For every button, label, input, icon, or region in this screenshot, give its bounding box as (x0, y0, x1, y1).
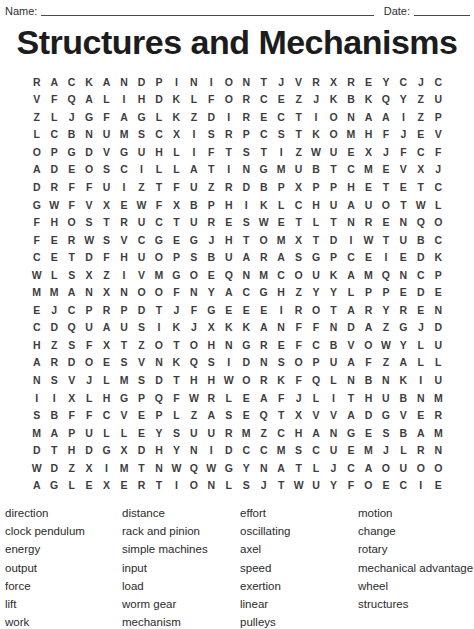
grid-cell: C (150, 213, 167, 231)
word-bank-item: exertion (240, 577, 358, 595)
grid-cell: G (185, 231, 202, 249)
grid-cell: E (272, 213, 289, 231)
grid-cell: H (220, 196, 237, 214)
grid-cell: F (272, 389, 289, 407)
grid-cell: T (45, 441, 62, 459)
grid-cell: G (342, 424, 359, 442)
grid-cell: P (325, 178, 342, 196)
grid-cell: W (45, 196, 62, 214)
name-label: Name: (5, 5, 37, 17)
grid-cell: U (185, 213, 202, 231)
grid-cell: U (133, 213, 150, 231)
grid-cell: L (98, 424, 115, 442)
grid-cell: N (150, 354, 167, 372)
grid-cell: E (360, 73, 377, 91)
grid-cell: Q (185, 459, 202, 477)
grid-cell: Z (98, 266, 115, 284)
grid-cell: H (28, 336, 45, 354)
grid-cell: O (185, 266, 202, 284)
grid-cell: E (115, 476, 132, 494)
grid-cell: A (412, 424, 429, 442)
name-blank-line (41, 4, 373, 16)
grid-cell: H (185, 371, 202, 389)
grid-cell: N (395, 213, 412, 231)
grid-cell: C (255, 91, 272, 109)
grid-cell: B (255, 178, 272, 196)
grid-cell: C (342, 161, 359, 179)
grid-cell: Q (377, 266, 394, 284)
grid-cell: V (290, 73, 307, 91)
grid-cell: T (115, 336, 132, 354)
grid-cell: D (150, 371, 167, 389)
grid-cell: C (63, 301, 80, 319)
grid-cell: K (325, 266, 342, 284)
grid-cell: X (168, 126, 185, 144)
grid-cell: L (412, 354, 429, 372)
word-bank-item: worm gear (122, 595, 240, 613)
grid-cell: D (238, 354, 255, 372)
grid-cell: C (342, 459, 359, 477)
grid-cell: X (63, 389, 80, 407)
grid-cell: N (238, 266, 255, 284)
grid-cell: A (203, 406, 220, 424)
grid-cell: Q (412, 213, 429, 231)
grid-cell: U (325, 143, 342, 161)
grid-cell: S (63, 336, 80, 354)
grid-cell: J (80, 371, 97, 389)
grid-cell: H (150, 441, 167, 459)
grid-cell: S (133, 319, 150, 337)
grid-cell: K (168, 108, 185, 126)
grid-cell: L (150, 161, 167, 179)
grid-cell: K (360, 91, 377, 109)
grid-cell: D (412, 248, 429, 266)
grid-cell: G (168, 266, 185, 284)
grid-cell: R (430, 406, 447, 424)
grid-cell: N (342, 108, 359, 126)
word-bank-item: input (122, 559, 240, 577)
word-bank-item: rotary (358, 540, 473, 558)
word-bank-item: mechanical advantage (358, 559, 473, 577)
grid-cell: A (360, 108, 377, 126)
grid-cell: R (360, 213, 377, 231)
grid-cell: O (80, 161, 97, 179)
grid-cell: Y (395, 91, 412, 109)
grid-cell: F (98, 108, 115, 126)
grid-cell: Z (185, 108, 202, 126)
grid-cell: Z (290, 283, 307, 301)
grid-cell: H (133, 91, 150, 109)
grid-cell: Z (290, 143, 307, 161)
grid-cell: N (342, 371, 359, 389)
grid-cell: O (185, 476, 202, 494)
grid-cell: D (45, 459, 62, 477)
grid-cell: Q (63, 319, 80, 337)
grid-cell: L (220, 476, 237, 494)
grid-cell: P (430, 266, 447, 284)
grid-cell: A (98, 73, 115, 91)
grid-cell: O (133, 283, 150, 301)
grid-cell: Y (238, 459, 255, 477)
grid-cell: C (395, 73, 412, 91)
grid-cell: C (98, 406, 115, 424)
grid-cell: M (28, 283, 45, 301)
grid-cell: L (325, 371, 342, 389)
grid-cell: V (98, 143, 115, 161)
grid-cell: A (342, 406, 359, 424)
grid-cell: N (150, 459, 167, 477)
grid-cell: L (220, 389, 237, 407)
grid-cell: Z (185, 406, 202, 424)
grid-cell: E (360, 248, 377, 266)
grid-cell: L (307, 213, 324, 231)
grid-cell: N (220, 336, 237, 354)
grid-cell: I (185, 143, 202, 161)
grid-cell: H (272, 283, 289, 301)
grid-cell: D (28, 178, 45, 196)
grid-cell: U (185, 178, 202, 196)
grid-cell: A (360, 459, 377, 477)
grid-cell: I (45, 389, 62, 407)
grid-cell: T (220, 143, 237, 161)
grid-cell: N (185, 441, 202, 459)
grid-cell: K (80, 73, 97, 91)
grid-cell: G (45, 476, 62, 494)
grid-cell: N (342, 213, 359, 231)
grid-cell: S (290, 441, 307, 459)
grid-cell: B (395, 424, 412, 442)
grid-cell: E (342, 441, 359, 459)
word-bank-item: rack and pinion (122, 522, 240, 540)
grid-cell: K (220, 319, 237, 337)
grid-cell: W (203, 459, 220, 477)
grid-cell: T (377, 178, 394, 196)
grid-cell: A (377, 108, 394, 126)
grid-cell: S (133, 126, 150, 144)
grid-cell: E (220, 213, 237, 231)
grid-cell: V (133, 266, 150, 284)
grid-cell: A (80, 91, 97, 109)
grid-cell: E (395, 178, 412, 196)
grid-cell: X (98, 196, 115, 214)
grid-cell: M (342, 126, 359, 144)
grid-cell: T (168, 336, 185, 354)
grid-cell: D (325, 231, 342, 249)
grid-cell: G (150, 231, 167, 249)
grid-cell: O (360, 336, 377, 354)
grid-cell: G (238, 336, 255, 354)
grid-cell: J (185, 319, 202, 337)
grid-cell: A (307, 424, 324, 442)
grid-cell: D (80, 143, 97, 161)
grid-cell: H (307, 196, 324, 214)
word-bank-item: work (5, 613, 122, 629)
grid-cell: U (133, 143, 150, 161)
grid-cell: N (203, 476, 220, 494)
grid-cell: O (430, 459, 447, 477)
grid-cell: R (133, 476, 150, 494)
grid-cell: O (290, 266, 307, 284)
grid-cell: V (395, 406, 412, 424)
grid-cell: M (115, 459, 132, 477)
grid-cell: O (150, 283, 167, 301)
grid-cell: T (272, 476, 289, 494)
grid-cell: R (342, 73, 359, 91)
grid-cell: S (272, 354, 289, 372)
grid-cell: N (80, 126, 97, 144)
grid-cell: G (115, 389, 132, 407)
grid-cell: A (272, 248, 289, 266)
grid-cell: T (325, 301, 342, 319)
grid-cell: W (80, 231, 97, 249)
grid-cell: H (45, 213, 62, 231)
grid-cell: F (377, 126, 394, 144)
grid-cell: K (238, 319, 255, 337)
grid-cell: Y (307, 283, 324, 301)
grid-cell: E (360, 178, 377, 196)
grid-cell: F (168, 389, 185, 407)
grid-cell: F (203, 143, 220, 161)
grid-cell: C (430, 73, 447, 91)
grid-cell: S (238, 143, 255, 161)
grid-cell: J (430, 161, 447, 179)
grid-cell: E (412, 406, 429, 424)
grid-cell: C (290, 196, 307, 214)
grid-cell: C (255, 126, 272, 144)
grid-cell: D (342, 319, 359, 337)
grid-cell: C (395, 476, 412, 494)
grid-cell: Y (395, 336, 412, 354)
grid-cell: U (395, 231, 412, 249)
grid-cell: I (203, 73, 220, 91)
grid-cell: Y (377, 301, 394, 319)
grid-cell: U (185, 424, 202, 442)
grid-cell: S (203, 126, 220, 144)
grid-cell: I (342, 231, 359, 249)
grid-cell: J (412, 73, 429, 91)
date-blank-line (414, 4, 470, 16)
grid-cell: T (325, 213, 342, 231)
grid-cell: P (360, 283, 377, 301)
grid-cell: D (238, 178, 255, 196)
grid-cell: Z (412, 91, 429, 109)
grid-cell: Q (63, 91, 80, 109)
grid-cell: A (45, 424, 62, 442)
grid-cell: E (272, 91, 289, 109)
grid-cell: A (342, 301, 359, 319)
word-bank-item: mechanism (122, 613, 240, 629)
grid-cell: R (63, 231, 80, 249)
grid-cell: U (80, 319, 97, 337)
grid-cell: C (272, 424, 289, 442)
grid-cell: I (395, 108, 412, 126)
grid-cell: I (238, 196, 255, 214)
grid-cell: H (360, 389, 377, 407)
grid-cell: T (290, 126, 307, 144)
grid-cell: S (377, 424, 394, 442)
word-bank-item: speed (240, 559, 358, 577)
grid-cell: J (377, 143, 394, 161)
grid-cell: P (150, 73, 167, 91)
word-bank-item: effort (240, 504, 358, 522)
grid-cell: E (203, 266, 220, 284)
grid-cell: N (185, 73, 202, 91)
grid-cell: A (360, 319, 377, 337)
grid-cell: M (360, 161, 377, 179)
grid-cell: N (395, 266, 412, 284)
grid-cell: I (168, 476, 185, 494)
grid-cell: T (168, 371, 185, 389)
grid-cell: E (395, 248, 412, 266)
grid-cell: P (307, 354, 324, 372)
grid-cell: B (395, 389, 412, 407)
grid-cell: S (272, 126, 289, 144)
grid-cell: S (168, 424, 185, 442)
grid-cell: N (430, 301, 447, 319)
grid-cell: M (115, 371, 132, 389)
grid-cell: A (185, 161, 202, 179)
grid-cell: T (63, 248, 80, 266)
grid-cell: E (133, 424, 150, 442)
grid-cell: Z (133, 336, 150, 354)
grid-cell: B (360, 371, 377, 389)
grid-cell: P (168, 248, 185, 266)
grid-cell: F (28, 231, 45, 249)
grid-cell: O (307, 301, 324, 319)
grid-cell: I (272, 143, 289, 161)
grid-cell: D (28, 441, 45, 459)
grid-cell: E (395, 283, 412, 301)
grid-cell: Z (377, 319, 394, 337)
grid-cell: I (115, 266, 132, 284)
grid-cell: Y (168, 441, 185, 459)
grid-cell: W (377, 336, 394, 354)
grid-cell: T (290, 459, 307, 477)
grid-cell: R (395, 301, 412, 319)
word-bank-item: force (5, 577, 122, 595)
grid-cell: Y (325, 283, 342, 301)
grid-cell: M (360, 266, 377, 284)
grid-cell: C (307, 336, 324, 354)
grid-cell: S (45, 371, 62, 389)
grid-cell: W (360, 231, 377, 249)
grid-cell: C (28, 319, 45, 337)
grid-cell: O (360, 476, 377, 494)
grid-cell: T (412, 178, 429, 196)
grid-cell: R (203, 213, 220, 231)
grid-cell: U (430, 371, 447, 389)
grid-cell: I (412, 476, 429, 494)
grid-cell: P (272, 178, 289, 196)
grid-cell: J (290, 389, 307, 407)
grid-cell: S (115, 354, 132, 372)
grid-cell: D (63, 354, 80, 372)
grid-cell: H (115, 248, 132, 266)
grid-cell: R (360, 301, 377, 319)
grid-cell: N (238, 73, 255, 91)
grid-cell: C (150, 126, 167, 144)
grid-cell: F (168, 178, 185, 196)
grid-cell: L (342, 283, 359, 301)
page-title: Structures and Mechanisms (0, 23, 474, 62)
grid-cell: I (150, 319, 167, 337)
grid-cell: C (430, 178, 447, 196)
grid-cell: I (220, 354, 237, 372)
grid-cell: X (412, 161, 429, 179)
grid-cell: N (255, 354, 272, 372)
grid-cell: K (272, 371, 289, 389)
grid-cell: Q (220, 266, 237, 284)
grid-cell: T (325, 161, 342, 179)
grid-cell: E (28, 301, 45, 319)
grid-cell: F (63, 196, 80, 214)
grid-cell: O (290, 354, 307, 372)
grid-cell: F (28, 213, 45, 231)
grid-cell: L (63, 476, 80, 494)
grid-cell: I (220, 161, 237, 179)
grid-cell: X (80, 266, 97, 284)
grid-cell: R (28, 73, 45, 91)
grid-cell: U (325, 196, 342, 214)
grid-cell: E (342, 143, 359, 161)
word-bank-item: output (5, 559, 122, 577)
grid-cell: L (395, 441, 412, 459)
grid-cell: N (115, 283, 132, 301)
grid-cell: S (98, 231, 115, 249)
grid-cell: E (45, 231, 62, 249)
grid-cell: U (395, 459, 412, 477)
grid-cell: N (325, 424, 342, 442)
grid-cell: P (377, 283, 394, 301)
grid-cell: U (98, 178, 115, 196)
worksheet-header: Name: Date: (5, 4, 470, 17)
grid-cell: Z (63, 459, 80, 477)
grid-cell: M (238, 424, 255, 442)
grid-cell: L (272, 196, 289, 214)
grid-cell: H (150, 143, 167, 161)
grid-cell: A (28, 354, 45, 372)
word-bank-item: energy (5, 540, 122, 558)
grid-cell: L (185, 91, 202, 109)
grid-cell: P (203, 196, 220, 214)
grid-cell: G (28, 196, 45, 214)
grid-cell: M (45, 283, 62, 301)
grid-cell: X (290, 178, 307, 196)
grid-cell: C (430, 231, 447, 249)
grid-cell: S (28, 406, 45, 424)
grid-cell: H (290, 424, 307, 442)
grid-cell: F (45, 91, 62, 109)
grid-cell: X (98, 476, 115, 494)
grid-cell: E (360, 424, 377, 442)
grid-cell: G (377, 406, 394, 424)
grid-cell: P (80, 301, 97, 319)
grid-cell: K (168, 354, 185, 372)
grid-cell: V (115, 231, 132, 249)
grid-cell: S (133, 371, 150, 389)
grid-cell: Q (255, 406, 272, 424)
grid-cell: G (395, 319, 412, 337)
grid-cell: Y (150, 424, 167, 442)
word-bank-item: lift (5, 595, 122, 613)
grid-cell: K (307, 126, 324, 144)
grid-cell: H (203, 371, 220, 389)
grid-cell: M (272, 161, 289, 179)
grid-cell: T (395, 196, 412, 214)
grid-cell: D (133, 441, 150, 459)
grid-cell: H (220, 231, 237, 249)
grid-cell: U (325, 441, 342, 459)
